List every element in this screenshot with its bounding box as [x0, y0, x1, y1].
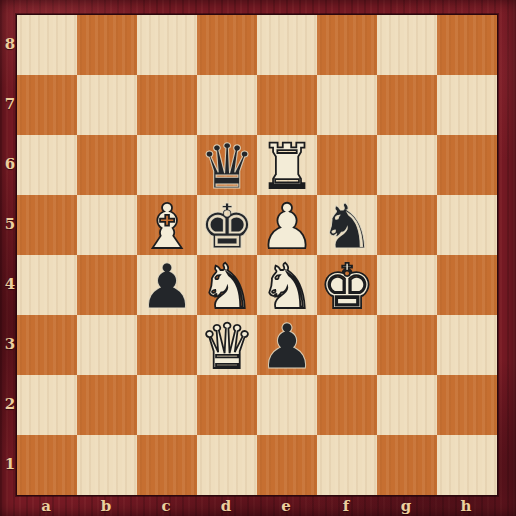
square-a4[interactable] [17, 255, 77, 315]
square-h7[interactable] [437, 75, 497, 135]
rank-label-5: 5 [0, 194, 17, 254]
rank-label-6: 6 [0, 134, 17, 194]
square-b1[interactable] [77, 435, 137, 495]
file-label-h: h [436, 496, 496, 516]
square-f1[interactable] [317, 435, 377, 495]
square-e6[interactable]: ♜ [257, 135, 317, 195]
square-c1[interactable] [137, 435, 197, 495]
square-f5[interactable]: ♞ [317, 195, 377, 255]
square-e4[interactable]: ♞ [257, 255, 317, 315]
rank-label-2: 2 [0, 374, 17, 434]
square-e5[interactable]: ♟ [257, 195, 317, 255]
square-g2[interactable] [377, 375, 437, 435]
square-g5[interactable] [377, 195, 437, 255]
square-b6[interactable] [77, 135, 137, 195]
square-b3[interactable] [77, 315, 137, 375]
rank-label-4: 4 [0, 254, 17, 314]
file-label-a: a [16, 496, 76, 516]
square-b7[interactable] [77, 75, 137, 135]
square-g7[interactable] [377, 75, 437, 135]
square-d7[interactable] [197, 75, 257, 135]
square-h8[interactable] [437, 15, 497, 75]
piece-white-knight-d4: ♞ [199, 256, 255, 318]
square-a3[interactable] [17, 315, 77, 375]
piece-white-knight-e4: ♞ [259, 256, 315, 318]
square-f2[interactable] [317, 375, 377, 435]
square-f6[interactable] [317, 135, 377, 195]
file-label-f: f [316, 496, 376, 516]
piece-black-pawn-c4: ♟ [139, 256, 195, 318]
square-d2[interactable] [197, 375, 257, 435]
square-f8[interactable] [317, 15, 377, 75]
square-d8[interactable] [197, 15, 257, 75]
square-g1[interactable] [377, 435, 437, 495]
square-f7[interactable] [317, 75, 377, 135]
file-label-b: b [76, 496, 136, 516]
square-b5[interactable] [77, 195, 137, 255]
square-f3[interactable] [317, 315, 377, 375]
square-h6[interactable] [437, 135, 497, 195]
square-b2[interactable] [77, 375, 137, 435]
piece-white-rook-e6: ♜ [259, 136, 315, 198]
square-h3[interactable] [437, 315, 497, 375]
square-d6[interactable]: ♛ [197, 135, 257, 195]
square-g4[interactable] [377, 255, 437, 315]
file-label-c: c [136, 496, 196, 516]
square-e8[interactable] [257, 15, 317, 75]
rank-label-3: 3 [0, 314, 17, 374]
square-d3[interactable]: ♛ [197, 315, 257, 375]
square-a2[interactable] [17, 375, 77, 435]
square-b8[interactable] [77, 15, 137, 75]
square-f4[interactable]: ♚ [317, 255, 377, 315]
square-h1[interactable] [437, 435, 497, 495]
board-frame: 87654321 abcdefgh ♛♜♝♚♟♞♟♞♞♚♛♟ [0, 0, 516, 516]
square-h2[interactable] [437, 375, 497, 435]
piece-black-king-d5: ♚ [199, 196, 255, 258]
square-c5[interactable]: ♝ [137, 195, 197, 255]
square-a7[interactable] [17, 75, 77, 135]
rank-label-8: 8 [0, 14, 17, 74]
square-a8[interactable] [17, 15, 77, 75]
square-c8[interactable] [137, 15, 197, 75]
square-c6[interactable] [137, 135, 197, 195]
square-g8[interactable] [377, 15, 437, 75]
square-c7[interactable] [137, 75, 197, 135]
piece-white-pawn-e5: ♟ [259, 196, 315, 258]
square-c2[interactable] [137, 375, 197, 435]
square-h5[interactable] [437, 195, 497, 255]
piece-black-knight-f5: ♞ [319, 196, 375, 258]
piece-black-pawn-e3: ♟ [259, 316, 315, 378]
square-a6[interactable] [17, 135, 77, 195]
rank-labels: 87654321 [0, 14, 17, 494]
piece-black-queen-d6: ♛ [199, 136, 255, 198]
file-label-e: e [256, 496, 316, 516]
square-a5[interactable] [17, 195, 77, 255]
square-c3[interactable] [137, 315, 197, 375]
square-a1[interactable] [17, 435, 77, 495]
square-d4[interactable]: ♞ [197, 255, 257, 315]
piece-white-king-f4: ♚ [319, 256, 375, 318]
piece-white-bishop-c5: ♝ [139, 196, 195, 258]
square-d5[interactable]: ♚ [197, 195, 257, 255]
chess-board: ♛♜♝♚♟♞♟♞♞♚♛♟ [16, 14, 498, 496]
piece-white-queen-d3: ♛ [199, 316, 255, 378]
square-h4[interactable] [437, 255, 497, 315]
square-e2[interactable] [257, 375, 317, 435]
square-c4[interactable]: ♟ [137, 255, 197, 315]
file-label-d: d [196, 496, 256, 516]
square-g3[interactable] [377, 315, 437, 375]
file-labels: abcdefgh [16, 496, 496, 516]
rank-label-1: 1 [0, 434, 17, 494]
square-d1[interactable] [197, 435, 257, 495]
square-g6[interactable] [377, 135, 437, 195]
square-e7[interactable] [257, 75, 317, 135]
file-label-g: g [376, 496, 436, 516]
square-e3[interactable]: ♟ [257, 315, 317, 375]
rank-label-7: 7 [0, 74, 17, 134]
square-e1[interactable] [257, 435, 317, 495]
square-b4[interactable] [77, 255, 137, 315]
